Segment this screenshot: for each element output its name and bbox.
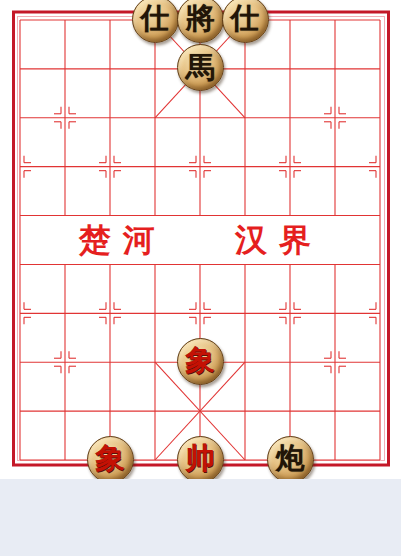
river-text-right: 汉界 bbox=[235, 216, 323, 264]
xiangqi-diagram: 楚河 汉界 仕將仕馬象象帅炮 游鸽网 www.0827ug.com bbox=[0, 0, 401, 556]
footer-strip: 游鸽网 www.0827ug.com bbox=[0, 479, 401, 556]
piece-red-象-e7[interactable]: 象 bbox=[177, 338, 224, 385]
river-text-left: 楚河 bbox=[79, 216, 167, 264]
piece-red-帅-e9[interactable]: 帅 bbox=[177, 436, 224, 483]
piece-black-馬-e1[interactable]: 馬 bbox=[177, 44, 224, 91]
piece-black-炮-g9[interactable]: 炮 bbox=[267, 436, 314, 483]
piece-black-將-e0[interactable]: 將 bbox=[177, 0, 224, 43]
piece-red-象-c9[interactable]: 象 bbox=[87, 436, 134, 483]
piece-black-仕-f0[interactable]: 仕 bbox=[222, 0, 269, 43]
piece-black-仕-d0[interactable]: 仕 bbox=[132, 0, 179, 43]
